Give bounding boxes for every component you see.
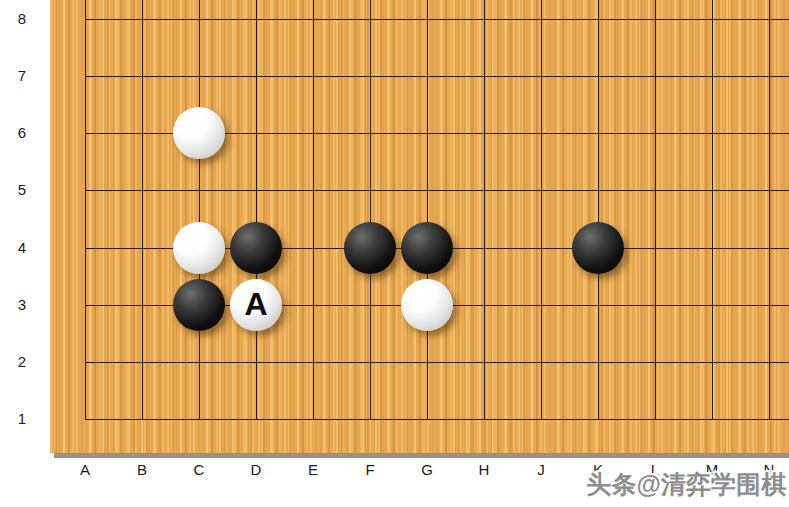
board-edge-shadow — [54, 453, 789, 458]
row-label-6: 6 — [7, 124, 37, 142]
stone-black-D4 — [230, 222, 282, 274]
row-label-7: 7 — [7, 67, 37, 85]
row-label-2: 2 — [7, 353, 37, 371]
stone-white-C6 — [173, 107, 225, 159]
column-label-B: B — [127, 461, 157, 479]
go-diagram: A ABCDEFGHJKLMN87654321 头条@清弈学围棋 — [0, 0, 789, 507]
grid-line-horizontal-5 — [85, 190, 789, 191]
column-label-J: J — [526, 461, 556, 479]
row-label-3: 3 — [7, 296, 37, 314]
column-label-H: H — [469, 461, 499, 479]
grid-line-vertical-M — [712, 0, 713, 420]
grid-line-horizontal-1 — [85, 419, 789, 420]
column-label-E: E — [298, 461, 328, 479]
grid-line-horizontal-2 — [85, 362, 789, 363]
grid-line-vertical-B — [142, 0, 143, 420]
stone-black-C3 — [173, 279, 225, 331]
stone-white-C4 — [173, 222, 225, 274]
column-label-C: C — [184, 461, 214, 479]
grid-line-vertical-H — [484, 0, 485, 420]
stone-black-F4 — [344, 222, 396, 274]
row-label-8: 8 — [7, 10, 37, 28]
row-label-1: 1 — [7, 410, 37, 428]
grid-line-vertical-C — [199, 0, 200, 420]
grid-line-vertical-A — [85, 0, 86, 420]
grid-line-vertical-K — [598, 0, 599, 420]
grid-line-vertical-F — [370, 0, 371, 420]
stone-black-G4 — [401, 222, 453, 274]
stone-white-D3: A — [230, 279, 282, 331]
stone-white-G3 — [401, 279, 453, 331]
grid-line-vertical-J — [541, 0, 542, 420]
stone-black-K4 — [572, 222, 624, 274]
grid-line-horizontal-8 — [85, 19, 789, 20]
grid-line-horizontal-7 — [85, 76, 789, 77]
row-label-5: 5 — [7, 181, 37, 199]
column-label-G: G — [412, 461, 442, 479]
watermark: 头条@清弈学围棋 — [587, 468, 786, 501]
grid-line-vertical-E — [313, 0, 314, 420]
column-label-F: F — [355, 461, 385, 479]
stone-mark-label: A — [244, 288, 267, 320]
grid-line-vertical-D — [256, 0, 257, 420]
grid-line-vertical-N — [769, 0, 770, 420]
grid-line-vertical-L — [655, 0, 656, 420]
row-label-4: 4 — [7, 239, 37, 257]
grid-line-vertical-G — [427, 0, 428, 420]
column-label-D: D — [241, 461, 271, 479]
column-label-A: A — [70, 461, 100, 479]
